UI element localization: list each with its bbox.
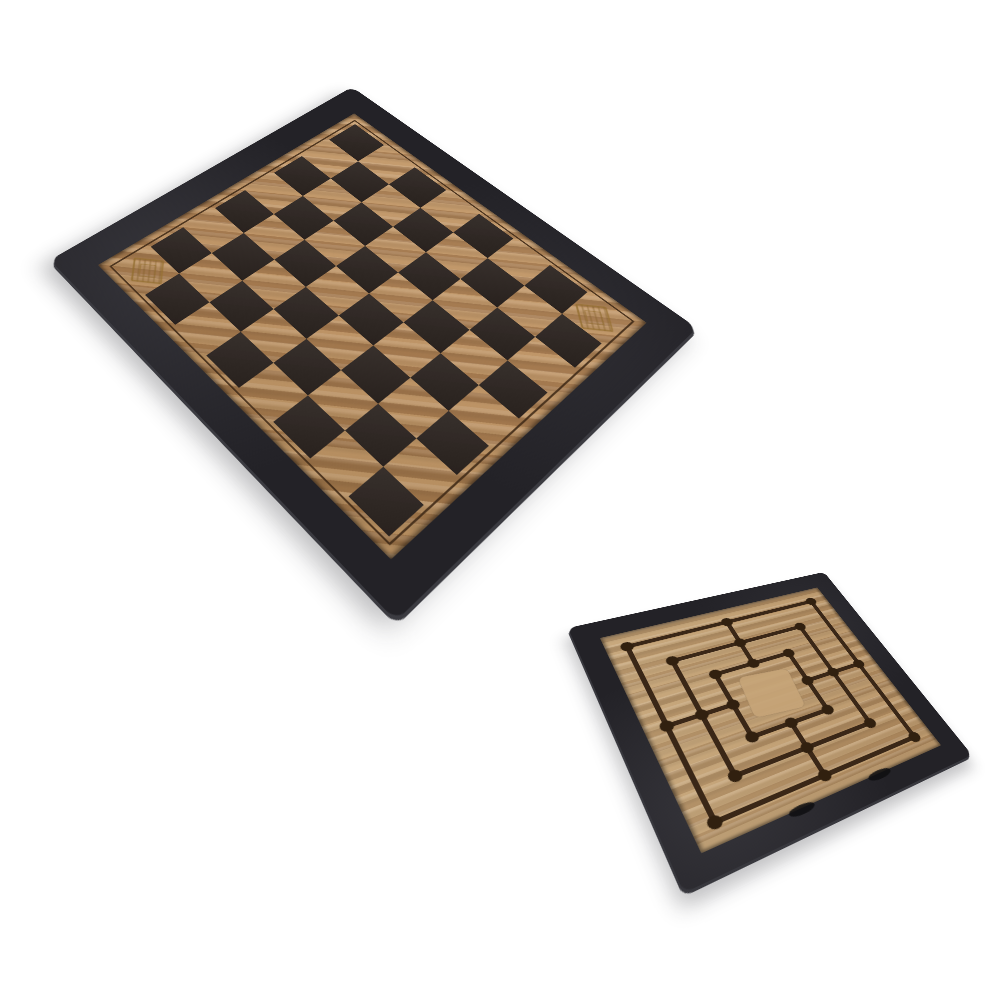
morris-point-e4 bbox=[799, 675, 815, 687]
morris-point-a4 bbox=[658, 719, 677, 734]
morris-wood-panel bbox=[600, 587, 941, 853]
morris-point-c3 bbox=[743, 730, 761, 744]
morris-point-d7 bbox=[719, 617, 735, 627]
chess-wood-panel bbox=[98, 113, 647, 559]
morris-point-c4 bbox=[724, 698, 741, 711]
morris-point-b4 bbox=[693, 708, 711, 722]
corner-emblem-icon bbox=[575, 303, 613, 331]
morris-point-e5 bbox=[781, 648, 797, 659]
morris-point-d5 bbox=[745, 658, 761, 670]
morris-point-b2 bbox=[725, 768, 744, 784]
morris-point-d2 bbox=[798, 740, 816, 755]
morris-point-g7 bbox=[804, 597, 818, 606]
morris-point-a7 bbox=[619, 641, 636, 653]
center-inlay bbox=[738, 668, 806, 718]
morris-point-e3 bbox=[819, 703, 836, 716]
morris-point-d3 bbox=[783, 716, 800, 730]
morris-point-c5 bbox=[707, 668, 724, 680]
corner-emblem-icon bbox=[132, 257, 165, 283]
morris-board bbox=[568, 572, 972, 893]
morris-point-d6 bbox=[732, 637, 748, 648]
chess-grid bbox=[117, 124, 627, 536]
morris-point-f6 bbox=[793, 622, 808, 632]
morris-point-b6 bbox=[664, 655, 681, 667]
morris-point-f4 bbox=[825, 666, 841, 677]
scene bbox=[0, 0, 1000, 1000]
morris-point-g4 bbox=[851, 658, 866, 669]
chess-board bbox=[50, 87, 697, 621]
morris-point-a1 bbox=[705, 813, 726, 832]
morris-diagram bbox=[600, 587, 941, 853]
